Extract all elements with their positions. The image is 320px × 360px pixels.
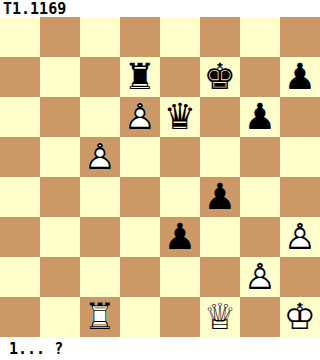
piece-outline-glyph: ♙ — [120, 97, 160, 137]
square-c4[interactable] — [80, 177, 120, 217]
black-queen-piece[interactable]: ♛ — [160, 97, 200, 137]
square-g4[interactable] — [240, 177, 280, 217]
black-pawn-piece[interactable]: ♟ — [200, 177, 240, 217]
square-h2[interactable] — [280, 257, 320, 297]
square-d2[interactable] — [120, 257, 160, 297]
square-a7[interactable] — [0, 57, 40, 97]
square-b1[interactable] — [40, 297, 80, 337]
square-c5[interactable]: ♟♙ — [80, 137, 120, 177]
square-c6[interactable] — [80, 97, 120, 137]
piece-outline-glyph: ♖ — [80, 297, 120, 337]
square-b4[interactable] — [40, 177, 80, 217]
square-h6[interactable] — [280, 97, 320, 137]
square-a4[interactable] — [0, 177, 40, 217]
puzzle-header: T1.1169 — [0, 0, 320, 17]
black-pawn-piece[interactable]: ♟ — [240, 97, 280, 137]
square-b7[interactable] — [40, 57, 80, 97]
piece-glyph: ♟ — [280, 57, 320, 97]
square-h5[interactable] — [280, 137, 320, 177]
square-e1[interactable] — [160, 297, 200, 337]
square-g2[interactable]: ♟♙ — [240, 257, 280, 297]
square-f6[interactable] — [200, 97, 240, 137]
move-prompt-bar: 1... ? — [0, 337, 320, 360]
square-f5[interactable] — [200, 137, 240, 177]
square-h7[interactable]: ♟ — [280, 57, 320, 97]
black-king-piece[interactable]: ♚ — [200, 57, 240, 97]
square-d4[interactable] — [120, 177, 160, 217]
square-f1[interactable]: ♛♕ — [200, 297, 240, 337]
white-pawn-piece[interactable]: ♟♙ — [280, 217, 320, 257]
black-pawn-piece[interactable]: ♟ — [280, 57, 320, 97]
square-c1[interactable]: ♜♖ — [80, 297, 120, 337]
square-g3[interactable] — [240, 217, 280, 257]
white-pawn-piece[interactable]: ♟♙ — [80, 137, 120, 177]
square-g1[interactable] — [240, 297, 280, 337]
square-c7[interactable] — [80, 57, 120, 97]
square-e7[interactable] — [160, 57, 200, 97]
square-h8[interactable] — [280, 17, 320, 57]
piece-glyph: ♛ — [160, 97, 200, 137]
piece-outline-glyph: ♔ — [280, 297, 320, 337]
black-pawn-piece[interactable]: ♟ — [160, 217, 200, 257]
move-prompt: 1... ? — [9, 340, 63, 358]
square-b3[interactable] — [40, 217, 80, 257]
square-a3[interactable] — [0, 217, 40, 257]
piece-glyph: ♜ — [120, 57, 160, 97]
square-g5[interactable] — [240, 137, 280, 177]
square-d1[interactable] — [120, 297, 160, 337]
square-e2[interactable] — [160, 257, 200, 297]
piece-outline-glyph: ♕ — [200, 297, 240, 337]
piece-glyph: ♟ — [160, 217, 200, 257]
white-pawn-piece[interactable]: ♟♙ — [120, 97, 160, 137]
piece-glyph: ♟ — [200, 177, 240, 217]
piece-glyph: ♟ — [240, 97, 280, 137]
square-f8[interactable] — [200, 17, 240, 57]
square-d8[interactable] — [120, 17, 160, 57]
white-king-piece[interactable]: ♚♔ — [280, 297, 320, 337]
square-d7[interactable]: ♜ — [120, 57, 160, 97]
square-e5[interactable] — [160, 137, 200, 177]
chess-board: ♜♚♟♟♙♛♟♟♙♟♟♟♙♟♙♜♖♛♕♚♔ — [0, 17, 320, 337]
square-d5[interactable] — [120, 137, 160, 177]
square-h1[interactable]: ♚♔ — [280, 297, 320, 337]
square-c8[interactable] — [80, 17, 120, 57]
square-g8[interactable] — [240, 17, 280, 57]
square-h3[interactable]: ♟♙ — [280, 217, 320, 257]
square-e8[interactable] — [160, 17, 200, 57]
square-b5[interactable] — [40, 137, 80, 177]
square-f4[interactable]: ♟ — [200, 177, 240, 217]
puzzle-title: T1.1169 — [3, 0, 66, 18]
piece-outline-glyph: ♙ — [280, 217, 320, 257]
square-c2[interactable] — [80, 257, 120, 297]
black-rook-piece[interactable]: ♜ — [120, 57, 160, 97]
square-h4[interactable] — [280, 177, 320, 217]
square-d6[interactable]: ♟♙ — [120, 97, 160, 137]
square-f3[interactable] — [200, 217, 240, 257]
square-f7[interactable]: ♚ — [200, 57, 240, 97]
piece-glyph: ♚ — [200, 57, 240, 97]
square-f2[interactable] — [200, 257, 240, 297]
square-a2[interactable] — [0, 257, 40, 297]
square-a6[interactable] — [0, 97, 40, 137]
square-e6[interactable]: ♛ — [160, 97, 200, 137]
square-b6[interactable] — [40, 97, 80, 137]
square-g6[interactable]: ♟ — [240, 97, 280, 137]
square-e3[interactable]: ♟ — [160, 217, 200, 257]
square-a5[interactable] — [0, 137, 40, 177]
square-a8[interactable] — [0, 17, 40, 57]
square-g7[interactable] — [240, 57, 280, 97]
square-c3[interactable] — [80, 217, 120, 257]
white-rook-piece[interactable]: ♜♖ — [80, 297, 120, 337]
white-queen-piece[interactable]: ♛♕ — [200, 297, 240, 337]
square-a1[interactable] — [0, 297, 40, 337]
square-e4[interactable] — [160, 177, 200, 217]
square-b8[interactable] — [40, 17, 80, 57]
square-d3[interactable] — [120, 217, 160, 257]
piece-outline-glyph: ♙ — [240, 257, 280, 297]
piece-outline-glyph: ♙ — [80, 137, 120, 177]
white-pawn-piece[interactable]: ♟♙ — [240, 257, 280, 297]
square-b2[interactable] — [40, 257, 80, 297]
